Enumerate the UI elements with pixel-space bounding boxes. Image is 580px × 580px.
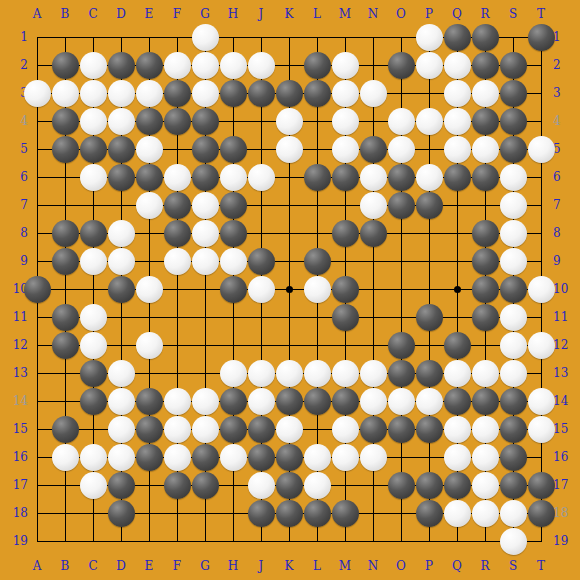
intersection-G16[interactable]: ● xyxy=(191,443,219,471)
intersection-B17[interactable] xyxy=(51,471,79,499)
intersection-N1[interactable] xyxy=(359,23,387,51)
intersection-F19[interactable] xyxy=(163,527,191,555)
intersection-E12[interactable]: ○ xyxy=(135,331,163,359)
intersection-R3[interactable]: ○ xyxy=(471,79,499,107)
intersection-T7[interactable] xyxy=(527,191,555,219)
intersection-C7[interactable] xyxy=(79,191,107,219)
intersection-M15[interactable]: ○ xyxy=(331,415,359,443)
intersection-C15[interactable] xyxy=(79,415,107,443)
intersection-M5[interactable]: ○ xyxy=(331,135,359,163)
intersection-L1[interactable] xyxy=(303,23,331,51)
intersection-F12[interactable] xyxy=(163,331,191,359)
intersection-J19[interactable] xyxy=(247,527,275,555)
intersection-H12[interactable] xyxy=(219,331,247,359)
intersection-H8[interactable]: ● xyxy=(219,219,247,247)
intersection-D7[interactable] xyxy=(107,191,135,219)
intersection-N17[interactable] xyxy=(359,471,387,499)
intersection-A19[interactable] xyxy=(23,527,51,555)
intersection-T6[interactable] xyxy=(527,163,555,191)
intersection-T19[interactable] xyxy=(527,527,555,555)
intersection-D16[interactable]: ○ xyxy=(107,443,135,471)
intersection-Q15[interactable]: ○ xyxy=(443,415,471,443)
intersection-A10[interactable]: ● xyxy=(23,275,51,303)
intersection-B4[interactable]: ● xyxy=(51,107,79,135)
intersection-B5[interactable]: ● xyxy=(51,135,79,163)
intersection-G2[interactable]: ○ xyxy=(191,51,219,79)
intersection-L2[interactable]: ● xyxy=(303,51,331,79)
intersection-H9[interactable]: ○ xyxy=(219,247,247,275)
intersection-C10[interactable] xyxy=(79,275,107,303)
intersection-L3[interactable]: ● xyxy=(303,79,331,107)
intersection-C9[interactable]: ○ xyxy=(79,247,107,275)
intersection-K5[interactable]: ○ xyxy=(275,135,303,163)
intersection-R5[interactable]: ○ xyxy=(471,135,499,163)
intersection-F5[interactable] xyxy=(163,135,191,163)
intersection-B2[interactable]: ● xyxy=(51,51,79,79)
intersection-L15[interactable] xyxy=(303,415,331,443)
intersection-E19[interactable] xyxy=(135,527,163,555)
intersection-O11[interactable] xyxy=(387,303,415,331)
intersection-C4[interactable]: ○ xyxy=(79,107,107,135)
intersection-A18[interactable] xyxy=(23,499,51,527)
intersection-F14[interactable]: ○ xyxy=(163,387,191,415)
intersection-K15[interactable]: ○ xyxy=(275,415,303,443)
intersection-E9[interactable] xyxy=(135,247,163,275)
intersection-Q6[interactable]: ● xyxy=(443,163,471,191)
intersection-F6[interactable]: ○ xyxy=(163,163,191,191)
intersection-N14[interactable]: ○ xyxy=(359,387,387,415)
intersection-B11[interactable]: ● xyxy=(51,303,79,331)
intersection-L9[interactable]: ● xyxy=(303,247,331,275)
intersection-O15[interactable]: ● xyxy=(387,415,415,443)
intersection-O7[interactable]: ● xyxy=(387,191,415,219)
intersection-S8[interactable]: ○ xyxy=(499,219,527,247)
intersection-K4[interactable]: ○ xyxy=(275,107,303,135)
intersection-R19[interactable] xyxy=(471,527,499,555)
intersection-K3[interactable]: ● xyxy=(275,79,303,107)
intersection-E11[interactable] xyxy=(135,303,163,331)
intersection-B13[interactable] xyxy=(51,359,79,387)
intersection-M17[interactable] xyxy=(331,471,359,499)
intersection-Q12[interactable]: ● xyxy=(443,331,471,359)
intersection-T11[interactable] xyxy=(527,303,555,331)
intersection-T5[interactable]: ○ xyxy=(527,135,555,163)
intersection-N4[interactable] xyxy=(359,107,387,135)
intersection-Q9[interactable] xyxy=(443,247,471,275)
intersection-P5[interactable] xyxy=(415,135,443,163)
intersection-C3[interactable]: ○ xyxy=(79,79,107,107)
intersection-B16[interactable]: ○ xyxy=(51,443,79,471)
intersection-C8[interactable]: ● xyxy=(79,219,107,247)
intersection-A11[interactable] xyxy=(23,303,51,331)
intersection-J7[interactable] xyxy=(247,191,275,219)
intersection-D14[interactable]: ○ xyxy=(107,387,135,415)
intersection-D8[interactable]: ○ xyxy=(107,219,135,247)
intersection-P15[interactable]: ● xyxy=(415,415,443,443)
intersection-S7[interactable]: ○ xyxy=(499,191,527,219)
intersection-S9[interactable]: ○ xyxy=(499,247,527,275)
intersection-P10[interactable] xyxy=(415,275,443,303)
intersection-A7[interactable] xyxy=(23,191,51,219)
intersection-S4[interactable]: ● xyxy=(499,107,527,135)
intersection-A1[interactable] xyxy=(23,23,51,51)
intersection-L10[interactable]: ○ xyxy=(303,275,331,303)
intersection-L14[interactable]: ● xyxy=(303,387,331,415)
intersection-F2[interactable]: ○ xyxy=(163,51,191,79)
intersection-C14[interactable]: ● xyxy=(79,387,107,415)
intersection-H3[interactable]: ● xyxy=(219,79,247,107)
intersection-M8[interactable]: ● xyxy=(331,219,359,247)
intersection-K10[interactable] xyxy=(275,275,303,303)
intersection-K9[interactable] xyxy=(275,247,303,275)
intersection-C6[interactable]: ○ xyxy=(79,163,107,191)
intersection-K12[interactable] xyxy=(275,331,303,359)
intersection-C5[interactable]: ● xyxy=(79,135,107,163)
intersection-N10[interactable] xyxy=(359,275,387,303)
intersection-G8[interactable]: ○ xyxy=(191,219,219,247)
intersection-L17[interactable]: ○ xyxy=(303,471,331,499)
intersection-M4[interactable]: ○ xyxy=(331,107,359,135)
intersection-H14[interactable]: ● xyxy=(219,387,247,415)
intersection-G13[interactable] xyxy=(191,359,219,387)
intersection-B1[interactable] xyxy=(51,23,79,51)
intersection-B12[interactable]: ● xyxy=(51,331,79,359)
intersection-L16[interactable]: ○ xyxy=(303,443,331,471)
intersection-L18[interactable]: ● xyxy=(303,499,331,527)
intersection-A16[interactable] xyxy=(23,443,51,471)
intersection-O3[interactable] xyxy=(387,79,415,107)
intersection-M11[interactable]: ● xyxy=(331,303,359,331)
intersection-P7[interactable]: ● xyxy=(415,191,443,219)
intersection-J13[interactable]: ○ xyxy=(247,359,275,387)
intersection-G1[interactable]: ○ xyxy=(191,23,219,51)
intersection-A5[interactable] xyxy=(23,135,51,163)
intersection-K13[interactable]: ○ xyxy=(275,359,303,387)
intersection-P19[interactable] xyxy=(415,527,443,555)
intersection-G14[interactable]: ○ xyxy=(191,387,219,415)
intersection-E10[interactable]: ○ xyxy=(135,275,163,303)
intersection-N7[interactable]: ○ xyxy=(359,191,387,219)
intersection-H5[interactable]: ● xyxy=(219,135,247,163)
intersection-P14[interactable]: ○ xyxy=(415,387,443,415)
intersection-G12[interactable] xyxy=(191,331,219,359)
intersection-C11[interactable]: ○ xyxy=(79,303,107,331)
intersection-O9[interactable] xyxy=(387,247,415,275)
intersection-T8[interactable] xyxy=(527,219,555,247)
intersection-H7[interactable]: ● xyxy=(219,191,247,219)
intersection-M18[interactable]: ● xyxy=(331,499,359,527)
intersection-F11[interactable] xyxy=(163,303,191,331)
intersection-K16[interactable]: ● xyxy=(275,443,303,471)
intersection-D17[interactable]: ● xyxy=(107,471,135,499)
intersection-J9[interactable]: ● xyxy=(247,247,275,275)
intersection-S1[interactable] xyxy=(499,23,527,51)
intersection-J1[interactable] xyxy=(247,23,275,51)
intersection-P2[interactable]: ○ xyxy=(415,51,443,79)
intersection-B14[interactable] xyxy=(51,387,79,415)
intersection-N15[interactable]: ● xyxy=(359,415,387,443)
intersection-H15[interactable]: ● xyxy=(219,415,247,443)
intersection-A8[interactable] xyxy=(23,219,51,247)
intersection-O2[interactable]: ● xyxy=(387,51,415,79)
intersection-R4[interactable]: ● xyxy=(471,107,499,135)
intersection-H2[interactable]: ○ xyxy=(219,51,247,79)
intersection-A14[interactable] xyxy=(23,387,51,415)
intersection-J18[interactable]: ● xyxy=(247,499,275,527)
intersection-N13[interactable]: ○ xyxy=(359,359,387,387)
intersection-D18[interactable]: ● xyxy=(107,499,135,527)
intersection-B15[interactable]: ● xyxy=(51,415,79,443)
intersection-J8[interactable] xyxy=(247,219,275,247)
intersection-K1[interactable] xyxy=(275,23,303,51)
intersection-F1[interactable] xyxy=(163,23,191,51)
intersection-T18[interactable]: ● xyxy=(527,499,555,527)
intersection-S11[interactable]: ○ xyxy=(499,303,527,331)
intersection-P8[interactable] xyxy=(415,219,443,247)
intersection-Q7[interactable] xyxy=(443,191,471,219)
intersection-M7[interactable] xyxy=(331,191,359,219)
intersection-C19[interactable] xyxy=(79,527,107,555)
intersection-E2[interactable]: ● xyxy=(135,51,163,79)
intersection-D4[interactable]: ○ xyxy=(107,107,135,135)
intersection-R17[interactable]: ○ xyxy=(471,471,499,499)
intersection-E18[interactable] xyxy=(135,499,163,527)
intersection-L13[interactable]: ○ xyxy=(303,359,331,387)
intersection-B3[interactable]: ○ xyxy=(51,79,79,107)
intersection-N19[interactable] xyxy=(359,527,387,555)
intersection-Q19[interactable] xyxy=(443,527,471,555)
intersection-Q10[interactable] xyxy=(443,275,471,303)
intersection-O8[interactable] xyxy=(387,219,415,247)
intersection-Q16[interactable]: ○ xyxy=(443,443,471,471)
intersection-O6[interactable]: ● xyxy=(387,163,415,191)
intersection-A4[interactable] xyxy=(23,107,51,135)
intersection-E16[interactable]: ● xyxy=(135,443,163,471)
intersection-Q11[interactable] xyxy=(443,303,471,331)
intersection-O17[interactable]: ● xyxy=(387,471,415,499)
intersection-G4[interactable]: ● xyxy=(191,107,219,135)
intersection-A17[interactable] xyxy=(23,471,51,499)
intersection-L6[interactable]: ● xyxy=(303,163,331,191)
intersection-Q13[interactable]: ○ xyxy=(443,359,471,387)
intersection-O4[interactable]: ○ xyxy=(387,107,415,135)
intersection-P17[interactable]: ● xyxy=(415,471,443,499)
intersection-B18[interactable] xyxy=(51,499,79,527)
intersection-C1[interactable] xyxy=(79,23,107,51)
intersection-O19[interactable] xyxy=(387,527,415,555)
intersection-B9[interactable]: ● xyxy=(51,247,79,275)
intersection-J2[interactable]: ○ xyxy=(247,51,275,79)
intersection-H17[interactable] xyxy=(219,471,247,499)
intersection-M2[interactable]: ○ xyxy=(331,51,359,79)
intersection-B10[interactable] xyxy=(51,275,79,303)
intersection-C13[interactable]: ● xyxy=(79,359,107,387)
intersection-J12[interactable] xyxy=(247,331,275,359)
intersection-G9[interactable]: ○ xyxy=(191,247,219,275)
intersection-G5[interactable]: ● xyxy=(191,135,219,163)
intersection-B7[interactable] xyxy=(51,191,79,219)
intersection-O12[interactable]: ● xyxy=(387,331,415,359)
intersection-F4[interactable]: ● xyxy=(163,107,191,135)
intersection-E13[interactable] xyxy=(135,359,163,387)
intersection-N3[interactable]: ○ xyxy=(359,79,387,107)
intersection-S12[interactable]: ○ xyxy=(499,331,527,359)
intersection-E17[interactable] xyxy=(135,471,163,499)
intersection-H6[interactable]: ○ xyxy=(219,163,247,191)
intersection-D10[interactable]: ● xyxy=(107,275,135,303)
intersection-H13[interactable]: ○ xyxy=(219,359,247,387)
intersection-C16[interactable]: ○ xyxy=(79,443,107,471)
intersection-D12[interactable] xyxy=(107,331,135,359)
intersection-T16[interactable] xyxy=(527,443,555,471)
intersection-J10[interactable]: ○ xyxy=(247,275,275,303)
intersection-H16[interactable]: ○ xyxy=(219,443,247,471)
intersection-G6[interactable]: ● xyxy=(191,163,219,191)
intersection-P4[interactable]: ○ xyxy=(415,107,443,135)
intersection-J5[interactable] xyxy=(247,135,275,163)
intersection-H18[interactable] xyxy=(219,499,247,527)
intersection-H19[interactable] xyxy=(219,527,247,555)
intersection-J14[interactable]: ○ xyxy=(247,387,275,415)
intersection-K17[interactable]: ● xyxy=(275,471,303,499)
intersection-Q18[interactable]: ○ xyxy=(443,499,471,527)
intersection-M16[interactable]: ○ xyxy=(331,443,359,471)
intersection-S15[interactable]: ● xyxy=(499,415,527,443)
intersection-J11[interactable] xyxy=(247,303,275,331)
intersection-O1[interactable] xyxy=(387,23,415,51)
intersection-R9[interactable]: ● xyxy=(471,247,499,275)
intersection-Q1[interactable]: ● xyxy=(443,23,471,51)
intersection-A9[interactable] xyxy=(23,247,51,275)
intersection-K18[interactable]: ● xyxy=(275,499,303,527)
intersection-J16[interactable]: ● xyxy=(247,443,275,471)
intersection-G10[interactable] xyxy=(191,275,219,303)
intersection-R10[interactable]: ● xyxy=(471,275,499,303)
intersection-R8[interactable]: ● xyxy=(471,219,499,247)
intersection-R12[interactable] xyxy=(471,331,499,359)
intersection-A15[interactable] xyxy=(23,415,51,443)
intersection-R6[interactable]: ● xyxy=(471,163,499,191)
intersection-B19[interactable] xyxy=(51,527,79,555)
intersection-T17[interactable]: ● xyxy=(527,471,555,499)
intersection-A12[interactable] xyxy=(23,331,51,359)
intersection-M10[interactable]: ● xyxy=(331,275,359,303)
intersection-F13[interactable] xyxy=(163,359,191,387)
intersection-Q4[interactable]: ○ xyxy=(443,107,471,135)
intersection-S13[interactable]: ○ xyxy=(499,359,527,387)
intersection-F8[interactable]: ● xyxy=(163,219,191,247)
intersection-S17[interactable]: ● xyxy=(499,471,527,499)
intersection-R7[interactable] xyxy=(471,191,499,219)
intersection-M13[interactable]: ○ xyxy=(331,359,359,387)
intersection-R13[interactable]: ○ xyxy=(471,359,499,387)
intersection-S16[interactable]: ● xyxy=(499,443,527,471)
intersection-M14[interactable]: ● xyxy=(331,387,359,415)
intersection-E7[interactable]: ○ xyxy=(135,191,163,219)
intersection-E14[interactable]: ● xyxy=(135,387,163,415)
intersection-N12[interactable] xyxy=(359,331,387,359)
intersection-S10[interactable]: ● xyxy=(499,275,527,303)
intersection-O10[interactable] xyxy=(387,275,415,303)
intersection-D1[interactable] xyxy=(107,23,135,51)
intersection-D19[interactable] xyxy=(107,527,135,555)
intersection-S14[interactable]: ● xyxy=(499,387,527,415)
intersection-D2[interactable]: ● xyxy=(107,51,135,79)
intersection-H1[interactable] xyxy=(219,23,247,51)
intersection-J15[interactable]: ● xyxy=(247,415,275,443)
intersection-P13[interactable]: ● xyxy=(415,359,443,387)
intersection-Q5[interactable]: ○ xyxy=(443,135,471,163)
intersection-J17[interactable]: ○ xyxy=(247,471,275,499)
intersection-N5[interactable]: ● xyxy=(359,135,387,163)
intersection-R11[interactable]: ● xyxy=(471,303,499,331)
intersection-T1[interactable]: ● xyxy=(527,23,555,51)
intersection-O18[interactable] xyxy=(387,499,415,527)
intersection-T2[interactable] xyxy=(527,51,555,79)
intersection-O14[interactable]: ○ xyxy=(387,387,415,415)
intersection-H11[interactable] xyxy=(219,303,247,331)
intersection-A2[interactable] xyxy=(23,51,51,79)
intersection-M6[interactable]: ● xyxy=(331,163,359,191)
intersection-C12[interactable]: ○ xyxy=(79,331,107,359)
intersection-L19[interactable] xyxy=(303,527,331,555)
intersection-D11[interactable] xyxy=(107,303,135,331)
intersection-C2[interactable]: ○ xyxy=(79,51,107,79)
intersection-L8[interactable] xyxy=(303,219,331,247)
intersection-N8[interactable]: ● xyxy=(359,219,387,247)
intersection-S18[interactable]: ○ xyxy=(499,499,527,527)
intersection-H4[interactable] xyxy=(219,107,247,135)
intersection-P1[interactable]: ○ xyxy=(415,23,443,51)
intersection-Q14[interactable]: ● xyxy=(443,387,471,415)
intersection-A6[interactable] xyxy=(23,163,51,191)
intersection-N16[interactable]: ○ xyxy=(359,443,387,471)
intersection-R1[interactable]: ● xyxy=(471,23,499,51)
intersection-M12[interactable] xyxy=(331,331,359,359)
intersection-G19[interactable] xyxy=(191,527,219,555)
intersection-D13[interactable]: ○ xyxy=(107,359,135,387)
intersection-E3[interactable]: ○ xyxy=(135,79,163,107)
intersection-F3[interactable]: ● xyxy=(163,79,191,107)
intersection-J3[interactable]: ● xyxy=(247,79,275,107)
intersection-M9[interactable] xyxy=(331,247,359,275)
intersection-L11[interactable] xyxy=(303,303,331,331)
intersection-N6[interactable]: ○ xyxy=(359,163,387,191)
intersection-R15[interactable]: ○ xyxy=(471,415,499,443)
intersection-F10[interactable] xyxy=(163,275,191,303)
intersection-G7[interactable]: ○ xyxy=(191,191,219,219)
intersection-T10[interactable]: ○ xyxy=(527,275,555,303)
intersection-G15[interactable]: ○ xyxy=(191,415,219,443)
intersection-S5[interactable]: ● xyxy=(499,135,527,163)
intersection-N2[interactable] xyxy=(359,51,387,79)
intersection-L4[interactable] xyxy=(303,107,331,135)
intersection-K11[interactable] xyxy=(275,303,303,331)
intersection-G18[interactable] xyxy=(191,499,219,527)
intersection-R18[interactable]: ○ xyxy=(471,499,499,527)
intersection-M1[interactable] xyxy=(331,23,359,51)
intersection-T9[interactable] xyxy=(527,247,555,275)
intersection-S3[interactable]: ● xyxy=(499,79,527,107)
intersection-K6[interactable] xyxy=(275,163,303,191)
intersection-R16[interactable]: ○ xyxy=(471,443,499,471)
intersection-L5[interactable] xyxy=(303,135,331,163)
intersection-F15[interactable]: ○ xyxy=(163,415,191,443)
intersection-S6[interactable]: ○ xyxy=(499,163,527,191)
intersection-L12[interactable] xyxy=(303,331,331,359)
intersection-F9[interactable]: ○ xyxy=(163,247,191,275)
intersection-P9[interactable] xyxy=(415,247,443,275)
